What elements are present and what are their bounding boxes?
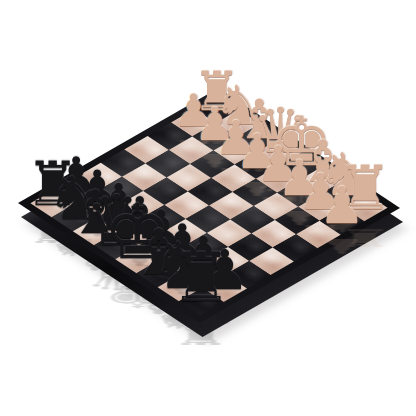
piece-dark-rook-h8[interactable]: ♜ <box>171 244 232 312</box>
piece-light-pawn-h2[interactable]: ♟ <box>319 180 365 231</box>
chess-set-photo: ♜♜♞♞♝♝♛♛♚♚♝♝♞♞♜♜♟♟♟♟♟♟♟♟♟♟♟♟♟♟♟♟♟♟♟♟♟♟♟♟… <box>0 0 416 416</box>
